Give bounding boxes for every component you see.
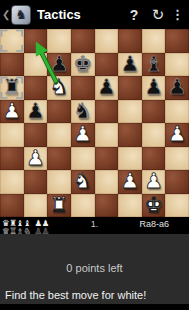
- back-chevron-icon[interactable]: ❮: [2, 9, 10, 20]
- square-h7[interactable]: [165, 53, 189, 77]
- square-h5[interactable]: [165, 100, 189, 124]
- square-f1[interactable]: [118, 194, 142, 218]
- board: ♟♚♟♝♜♞♟♟♟♟♟♞♟♟♟♞♟♟♜♚: [0, 29, 189, 217]
- square-h4[interactable]: ♟: [165, 123, 189, 147]
- move-number: 1.: [91, 219, 99, 229]
- square-b5[interactable]: ♟: [24, 100, 48, 124]
- piece-white-pawn[interactable]: ♟: [73, 123, 92, 146]
- points-left-label: 0 points left: [0, 262, 189, 274]
- piece-black-bishop[interactable]: ♝: [144, 53, 163, 76]
- piece-white-pawn[interactable]: ♟: [144, 170, 163, 193]
- piece-white-pawn[interactable]: ♟: [121, 170, 140, 193]
- piece-white-knight[interactable]: ♞: [50, 76, 69, 99]
- piece-black-knight[interactable]: ♞: [73, 100, 92, 123]
- square-d7[interactable]: ♚: [71, 53, 95, 77]
- square-e2[interactable]: [95, 170, 119, 194]
- overflow-menu-icon[interactable]: ⋮: [170, 7, 185, 22]
- square-e5[interactable]: [95, 100, 119, 124]
- square-a8[interactable]: [0, 29, 24, 53]
- move-strip: ♛♜♝♝♟♟ ♛♜♝♞♟♟ 1. Ra8-a6: [0, 217, 189, 234]
- piece-white-knight[interactable]: ♞: [73, 170, 92, 193]
- square-d3[interactable]: [71, 147, 95, 171]
- square-g7[interactable]: ♝: [142, 53, 166, 77]
- square-g1[interactable]: ♚: [142, 194, 166, 218]
- captured-black-row: ♛♜♝♞♟♟: [2, 225, 49, 233]
- square-f4[interactable]: [118, 123, 142, 147]
- board-wrap: ♟♚♟♝♜♞♟♟♟♟♟♞♟♟♟♞♟♟♜♚: [0, 29, 189, 217]
- square-a1[interactable]: [0, 194, 24, 218]
- square-d2[interactable]: ♞: [71, 170, 95, 194]
- square-g2[interactable]: ♟: [142, 170, 166, 194]
- square-f8[interactable]: [118, 29, 142, 53]
- piece-white-pawn[interactable]: ♟: [2, 100, 21, 123]
- square-g4[interactable]: [142, 123, 166, 147]
- square-a2[interactable]: [0, 170, 24, 194]
- square-e8[interactable]: [95, 29, 119, 53]
- bottom-strip: [0, 304, 189, 310]
- square-f2[interactable]: ♟: [118, 170, 142, 194]
- piece-black-pawn[interactable]: ♟: [50, 53, 69, 76]
- piece-black-rook[interactable]: ♜: [2, 76, 21, 99]
- square-h1[interactable]: [165, 194, 189, 218]
- square-e6[interactable]: ♟: [95, 76, 119, 100]
- square-a5[interactable]: ♟: [0, 100, 24, 124]
- piece-black-pawn[interactable]: ♟: [144, 76, 163, 99]
- action-bar: ❮ ♞ Tactics ? ↻ ⋮: [0, 0, 189, 29]
- square-g8[interactable]: [142, 29, 166, 53]
- task-prompt: Find the best move for white!: [5, 289, 146, 301]
- square-e7[interactable]: [95, 53, 119, 77]
- square-f3[interactable]: [118, 147, 142, 171]
- square-d5[interactable]: ♞: [71, 100, 95, 124]
- square-h3[interactable]: [165, 147, 189, 171]
- square-c4[interactable]: [47, 123, 71, 147]
- piece-white-king[interactable]: ♚: [144, 194, 163, 217]
- square-d6[interactable]: [71, 76, 95, 100]
- square-g6[interactable]: ♟: [142, 76, 166, 100]
- captured-white-row: ♛♜♝♝♟♟: [2, 217, 49, 225]
- square-e1[interactable]: [95, 194, 119, 218]
- piece-black-king[interactable]: ♚: [73, 53, 92, 76]
- info-panel: 0 points left Find the best move for whi…: [0, 234, 189, 304]
- square-b6[interactable]: [24, 76, 48, 100]
- square-d1[interactable]: [71, 194, 95, 218]
- square-d4[interactable]: ♟: [71, 123, 95, 147]
- piece-white-pawn[interactable]: ♟: [26, 147, 45, 170]
- restart-icon[interactable]: ↻: [146, 6, 170, 24]
- tactics-app: ❮ ♞ Tactics ? ↻ ⋮ ♟♚♟♝♜♞♟♟♟♟♟♞♟♟♟♞♟♟♜♚ ♛…: [0, 0, 189, 310]
- knight-logo-icon: ♞: [15, 8, 27, 21]
- captured-pieces-tray: ♛♜♝♝♟♟ ♛♜♝♞♟♟: [2, 217, 49, 233]
- square-g3[interactable]: [142, 147, 166, 171]
- square-a7[interactable]: [0, 53, 24, 77]
- square-b2[interactable]: [24, 170, 48, 194]
- square-c3[interactable]: [47, 147, 71, 171]
- piece-black-pawn[interactable]: ♟: [168, 76, 187, 99]
- piece-white-rook[interactable]: ♜: [50, 194, 69, 217]
- square-b8[interactable]: [24, 29, 48, 53]
- square-a4[interactable]: [0, 123, 24, 147]
- square-e4[interactable]: [95, 123, 119, 147]
- square-h6[interactable]: ♟: [165, 76, 189, 100]
- piece-black-pawn[interactable]: ♟: [26, 100, 45, 123]
- square-c7[interactable]: ♟: [47, 53, 71, 77]
- piece-black-pawn[interactable]: ♟: [97, 76, 116, 99]
- square-h2[interactable]: [165, 170, 189, 194]
- square-d8[interactable]: [71, 29, 95, 53]
- square-c5[interactable]: [47, 100, 71, 124]
- square-b4[interactable]: [24, 123, 48, 147]
- square-f5[interactable]: [118, 100, 142, 124]
- square-g5[interactable]: [142, 100, 166, 124]
- piece-white-pawn[interactable]: ♟: [168, 123, 187, 146]
- square-a6[interactable]: ♜: [0, 76, 24, 100]
- square-a3[interactable]: [0, 147, 24, 171]
- page-title: Tactics: [37, 7, 122, 22]
- square-e3[interactable]: [95, 147, 119, 171]
- piece-black-pawn[interactable]: ♟: [121, 53, 140, 76]
- square-c2[interactable]: [47, 170, 71, 194]
- square-f7[interactable]: ♟: [118, 53, 142, 77]
- square-c1[interactable]: ♜: [47, 194, 71, 218]
- square-c6[interactable]: ♞: [47, 76, 71, 100]
- square-b1[interactable]: [24, 194, 48, 218]
- last-move-text: Ra8-a6: [139, 219, 169, 229]
- square-c8[interactable]: [47, 29, 71, 53]
- help-icon[interactable]: ?: [122, 7, 146, 23]
- square-h8[interactable]: [165, 29, 189, 53]
- app-icon[interactable]: ♞: [11, 5, 31, 25]
- square-b7[interactable]: [24, 53, 48, 77]
- square-f6[interactable]: [118, 76, 142, 100]
- square-b3[interactable]: ♟: [24, 147, 48, 171]
